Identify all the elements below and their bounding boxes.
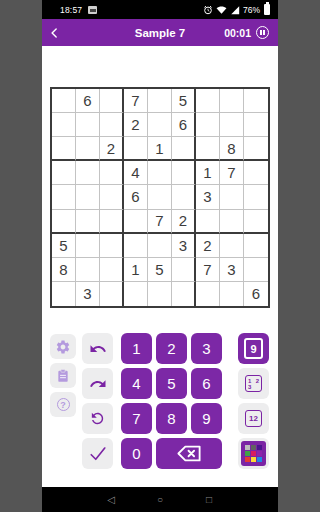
cell-r4c9[interactable] [244,161,268,185]
cell-r6c4[interactable] [124,210,148,234]
cell-r8c2[interactable] [76,258,100,282]
cell-r9c9[interactable]: 6 [244,282,268,306]
key-2[interactable]: 2 [156,333,187,364]
settings-button[interactable] [50,334,76,359]
cell-r5c5[interactable] [148,185,172,209]
cell-r8c3[interactable] [100,258,124,282]
cell-r5c8[interactable] [220,185,244,209]
cell-r8c1[interactable]: 8 [52,258,76,282]
palette-swatch [245,457,250,462]
cell-r7c8[interactable] [220,234,244,258]
cell-r3c4[interactable] [124,137,148,161]
undo-button[interactable] [82,333,113,364]
cell-r8c5[interactable]: 5 [148,258,172,282]
cell-r2c9[interactable] [244,113,268,137]
cell-r6c3[interactable] [100,210,124,234]
cell-r6c6[interactable]: 2 [172,210,196,234]
pause-button[interactable] [256,26,269,39]
cell-r1c1[interactable] [52,89,76,113]
cell-r5c4[interactable]: 6 [124,185,148,209]
key-6[interactable]: 6 [191,368,222,399]
palette-swatch [257,451,262,456]
cell-r5c7[interactable]: 3 [196,185,220,209]
game-timer: 00:01 [224,27,251,39]
cell-r6c9[interactable] [244,210,268,234]
help-icon: ? [57,398,70,411]
palette-icon [241,441,266,466]
key-0[interactable]: 0 [121,438,152,469]
palette-swatch [257,457,262,462]
cell-r2c3[interactable] [100,113,124,137]
nav-back-icon[interactable]: ◁ [105,494,117,505]
cell-r2c5[interactable] [148,113,172,137]
battery-icon [264,4,270,15]
wifi-icon [216,5,227,14]
mode-corner-notes-button[interactable]: 12 3 [238,368,269,399]
status-bar: 18:57 76% [42,0,278,19]
palette-swatch [251,457,256,462]
key-7[interactable]: 7 [121,403,152,434]
cell-r4c6[interactable] [172,161,196,185]
cell-r3c1[interactable] [52,137,76,161]
nav-recents-icon[interactable]: □ [203,494,215,505]
cell-r2c7[interactable] [196,113,220,137]
android-nav-bar: ◁ ○ □ [42,487,278,512]
cell-r6c8[interactable] [220,210,244,234]
cell-r1c5[interactable] [148,89,172,113]
cell-r9c5[interactable] [148,282,172,306]
gear-icon [55,339,71,355]
cell-r7c9[interactable] [244,234,268,258]
cell-r2c2[interactable] [76,113,100,137]
screenshot-thumbnail-icon [88,6,97,14]
mode-color-button[interactable] [238,438,269,469]
cell-r4c7[interactable]: 1 [196,161,220,185]
palette-swatch [251,451,256,456]
action-column [82,333,113,469]
cell-r4c2[interactable] [76,161,100,185]
number-pad: 1 2 3 4 5 6 7 8 9 0 [121,333,222,469]
backspace-button[interactable] [156,438,222,469]
normal-mode-icon: 9 [244,338,263,359]
cell-r4c4[interactable]: 4 [124,161,148,185]
cell-r7c1[interactable]: 5 [52,234,76,258]
sudoku-board: 6752621841763725328157336 [50,87,270,308]
mode-normal-button[interactable]: 9 [238,333,269,364]
key-4[interactable]: 4 [121,368,152,399]
cell-r7c6[interactable]: 3 [172,234,196,258]
center-notes-icon: 12 [245,410,262,427]
cell-r9c3[interactable] [100,282,124,306]
cell-r2c6[interactable]: 6 [172,113,196,137]
cell-r4c8[interactable]: 7 [220,161,244,185]
cell-r8c7[interactable]: 7 [196,258,220,282]
cell-r1c4[interactable]: 7 [124,89,148,113]
cell-r3c2[interactable] [76,137,100,161]
cell-r1c3[interactable] [100,89,124,113]
key-5[interactable]: 5 [156,368,187,399]
cell-r5c6[interactable] [172,185,196,209]
battery-percent: 76% [243,5,260,15]
cell-r3c5[interactable]: 1 [148,137,172,161]
cell-r2c1[interactable] [52,113,76,137]
pause-icon [260,30,262,35]
cell-r6c2[interactable] [76,210,100,234]
cell-r3c8[interactable]: 8 [220,137,244,161]
cell-r6c7[interactable] [196,210,220,234]
nav-home-icon[interactable]: ○ [154,494,166,505]
mode-center-notes-button[interactable]: 12 [238,403,269,434]
cell-r2c4[interactable]: 2 [124,113,148,137]
redo-button[interactable] [82,368,113,399]
cell-r5c3[interactable] [100,185,124,209]
cell-r5c9[interactable] [244,185,268,209]
cell-r8c9[interactable] [244,258,268,282]
cell-r9c7[interactable] [196,282,220,306]
palette-swatch [251,445,256,450]
key-8[interactable]: 8 [156,403,187,434]
cell-r1c6[interactable]: 5 [172,89,196,113]
cell-r9c6[interactable] [172,282,196,306]
cell-r8c4[interactable]: 1 [124,258,148,282]
help-button[interactable]: ? [50,392,76,417]
cell-r1c9[interactable] [244,89,268,113]
palette-swatch [257,445,262,450]
restart-button[interactable] [82,403,113,434]
cell-r3c9[interactable] [244,137,268,161]
cell-r3c7[interactable] [196,137,220,161]
restart-icon [89,410,106,427]
cell-r1c2[interactable]: 6 [76,89,100,113]
cell-r6c1[interactable] [52,210,76,234]
palette-swatch [245,445,250,450]
cell-r5c2[interactable] [76,185,100,209]
cell-r9c4[interactable] [124,282,148,306]
phone-screen: 18:57 76% Sample 7 00:01 [42,0,278,512]
cell-r1c8[interactable] [220,89,244,113]
cell-r1c7[interactable] [196,89,220,113]
clock: 18:57 [60,5,82,15]
cell-r8c6[interactable] [172,258,196,282]
mode-column: 9 12 3 12 [238,333,269,469]
tool-column: ? [50,334,76,417]
alarm-icon [203,5,213,15]
check-icon [89,445,107,463]
redo-icon [89,375,107,393]
cell-r3c3[interactable]: 2 [100,137,124,161]
cell-r5c1[interactable] [52,185,76,209]
cell-r4c3[interactable] [100,161,124,185]
status-icons: 76% [203,4,270,15]
cell-r2c8[interactable] [220,113,244,137]
palette-swatch [245,451,250,456]
clipboard-icon [56,369,70,383]
cell-r6c5[interactable]: 7 [148,210,172,234]
signal-icon [230,5,240,15]
cell-r7c4[interactable] [124,234,148,258]
app-bar: Sample 7 00:01 [42,19,278,46]
backspace-icon [177,445,201,462]
cell-r9c2[interactable]: 3 [76,282,100,306]
cell-r9c8[interactable] [220,282,244,306]
cell-r7c2[interactable] [76,234,100,258]
cell-r7c3[interactable] [100,234,124,258]
back-button[interactable] [42,19,68,46]
cell-r7c7[interactable]: 2 [196,234,220,258]
undo-icon [89,340,107,358]
cell-r9c1[interactable] [52,282,76,306]
cell-r3c6[interactable] [172,137,196,161]
cell-r4c1[interactable] [52,161,76,185]
cell-r7c5[interactable] [148,234,172,258]
key-1[interactable]: 1 [121,333,152,364]
cell-r4c5[interactable] [148,161,172,185]
key-9[interactable]: 9 [191,403,222,434]
check-button[interactable] [82,438,113,469]
notes-button[interactable] [50,363,76,388]
cell-r8c8[interactable]: 3 [220,258,244,282]
corner-notes-icon: 12 3 [245,375,262,392]
key-3[interactable]: 3 [191,333,222,364]
